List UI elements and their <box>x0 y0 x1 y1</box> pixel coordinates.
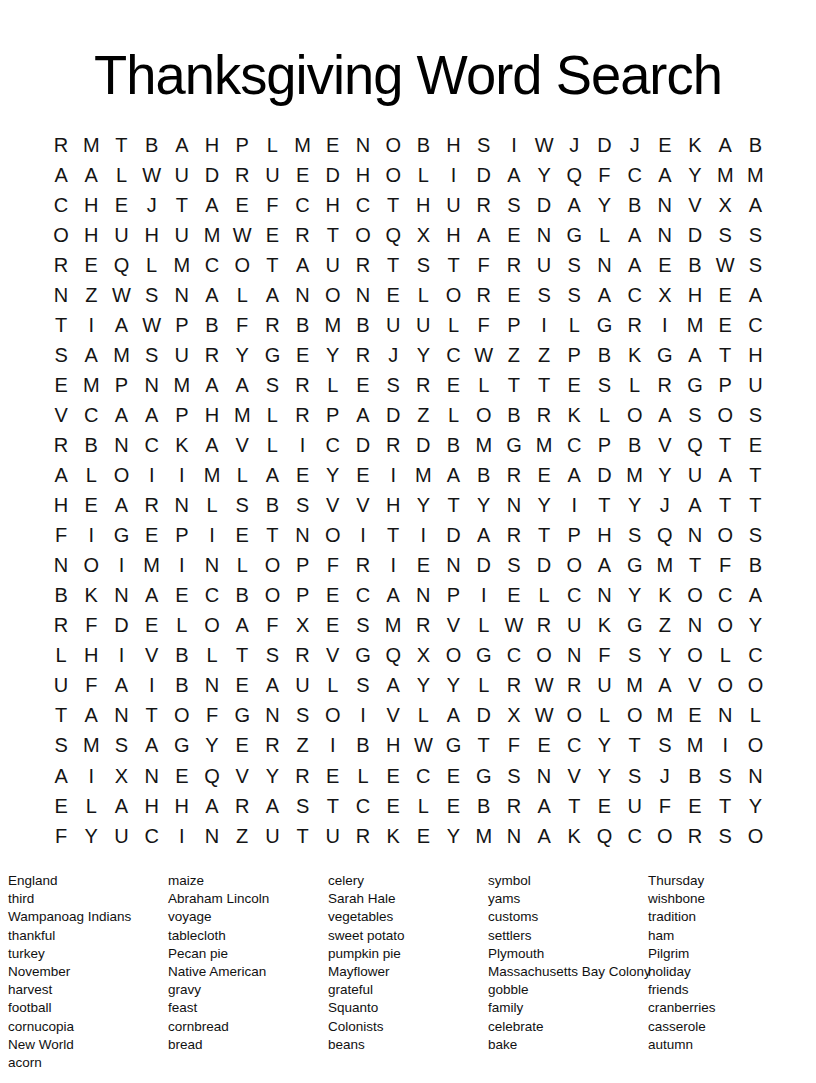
grid-cell[interactable]: D <box>469 551 499 581</box>
grid-cell[interactable]: C <box>197 581 227 611</box>
grid-cell[interactable]: R <box>46 430 76 460</box>
grid-cell[interactable]: C <box>137 821 167 851</box>
grid-cell[interactable]: L <box>318 370 348 400</box>
grid-cell[interactable]: W <box>499 611 529 641</box>
grid-cell[interactable]: S <box>227 491 257 521</box>
grid-cell[interactable]: A <box>559 461 589 491</box>
grid-cell[interactable]: T <box>137 701 167 731</box>
grid-cell[interactable]: A <box>167 130 197 160</box>
grid-cell[interactable]: I <box>167 821 197 851</box>
grid-cell[interactable]: N <box>499 491 529 521</box>
grid-cell[interactable]: A <box>650 400 680 430</box>
grid-cell[interactable]: T <box>589 491 619 521</box>
grid-cell[interactable]: A <box>469 220 499 250</box>
grid-cell[interactable]: C <box>740 310 770 340</box>
grid-cell[interactable]: C <box>76 400 106 430</box>
grid-cell[interactable]: G <box>257 340 287 370</box>
grid-cell[interactable]: O <box>710 671 740 701</box>
grid-cell[interactable]: B <box>469 791 499 821</box>
grid-cell[interactable]: Y <box>318 461 348 491</box>
grid-cell[interactable]: J <box>378 340 408 370</box>
grid-cell[interactable]: D <box>378 400 408 430</box>
grid-cell[interactable]: P <box>559 521 589 551</box>
grid-cell[interactable]: R <box>257 310 287 340</box>
grid-cell[interactable]: L <box>46 641 76 671</box>
grid-cell[interactable]: E <box>257 220 287 250</box>
grid-cell[interactable]: N <box>106 581 136 611</box>
grid-cell[interactable]: O <box>106 461 136 491</box>
grid-cell[interactable]: T <box>499 370 529 400</box>
grid-cell[interactable]: O <box>740 671 770 701</box>
grid-cell[interactable]: A <box>589 280 619 310</box>
grid-cell[interactable]: M <box>106 340 136 370</box>
grid-cell[interactable]: A <box>257 280 287 310</box>
grid-cell[interactable]: W <box>529 671 559 701</box>
grid-cell[interactable]: L <box>408 701 438 731</box>
grid-cell[interactable]: P <box>288 551 318 581</box>
grid-cell[interactable]: L <box>167 611 197 641</box>
grid-cell[interactable]: O <box>318 280 348 310</box>
grid-cell[interactable]: B <box>227 581 257 611</box>
grid-cell[interactable]: Y <box>469 491 499 521</box>
grid-cell[interactable]: C <box>318 430 348 460</box>
grid-cell[interactable]: R <box>46 611 76 641</box>
grid-cell[interactable]: O <box>559 701 589 731</box>
grid-cell[interactable]: H <box>378 491 408 521</box>
grid-cell[interactable]: F <box>46 821 76 851</box>
grid-cell[interactable]: A <box>197 370 227 400</box>
grid-cell[interactable]: D <box>529 190 559 220</box>
grid-cell[interactable]: P <box>318 400 348 430</box>
grid-cell[interactable]: I <box>167 461 197 491</box>
grid-cell[interactable]: R <box>46 250 76 280</box>
grid-cell[interactable]: W <box>137 160 167 190</box>
grid-cell[interactable]: R <box>620 310 650 340</box>
grid-cell[interactable]: D <box>589 461 619 491</box>
grid-cell[interactable]: U <box>680 461 710 491</box>
grid-cell[interactable]: B <box>167 641 197 671</box>
grid-cell[interactable]: N <box>529 761 559 791</box>
grid-cell[interactable]: S <box>137 280 167 310</box>
grid-cell[interactable]: T <box>438 250 468 280</box>
grid-cell[interactable]: U <box>318 821 348 851</box>
grid-cell[interactable]: I <box>76 521 106 551</box>
grid-cell[interactable]: S <box>620 521 650 551</box>
grid-cell[interactable]: R <box>348 821 378 851</box>
grid-cell[interactable]: T <box>378 521 408 551</box>
grid-cell[interactable]: H <box>167 791 197 821</box>
grid-cell[interactable]: B <box>348 310 378 340</box>
grid-cell[interactable]: A <box>348 400 378 430</box>
grid-cell[interactable]: H <box>438 220 468 250</box>
grid-cell[interactable]: S <box>106 731 136 761</box>
grid-cell[interactable]: E <box>106 190 136 220</box>
grid-cell[interactable]: N <box>589 250 619 280</box>
grid-cell[interactable]: P <box>499 310 529 340</box>
grid-cell[interactable]: B <box>76 430 106 460</box>
grid-cell[interactable]: Y <box>529 491 559 521</box>
grid-cell[interactable]: E <box>227 521 257 551</box>
grid-cell[interactable]: S <box>46 731 76 761</box>
grid-cell[interactable]: K <box>680 130 710 160</box>
grid-cell[interactable]: K <box>589 611 619 641</box>
grid-cell[interactable]: W <box>227 220 257 250</box>
grid-cell[interactable]: U <box>257 821 287 851</box>
grid-cell[interactable]: U <box>378 310 408 340</box>
grid-cell[interactable]: Q <box>378 220 408 250</box>
grid-cell[interactable]: N <box>46 280 76 310</box>
grid-cell[interactable]: K <box>620 340 650 370</box>
grid-cell[interactable]: S <box>378 370 408 400</box>
grid-cell[interactable]: L <box>197 491 227 521</box>
grid-cell[interactable]: I <box>106 641 136 671</box>
grid-cell[interactable]: T <box>318 220 348 250</box>
grid-cell[interactable]: K <box>559 821 589 851</box>
grid-cell[interactable]: C <box>348 581 378 611</box>
grid-cell[interactable]: S <box>257 370 287 400</box>
grid-cell[interactable]: D <box>197 160 227 190</box>
grid-cell[interactable]: A <box>106 671 136 701</box>
grid-cell[interactable]: P <box>559 340 589 370</box>
grid-cell[interactable]: O <box>348 220 378 250</box>
grid-cell[interactable]: A <box>227 611 257 641</box>
grid-cell[interactable]: F <box>589 160 619 190</box>
grid-cell[interactable]: W <box>529 701 559 731</box>
grid-cell[interactable]: F <box>76 671 106 701</box>
grid-cell[interactable]: V <box>227 430 257 460</box>
grid-cell[interactable]: R <box>469 190 499 220</box>
grid-cell[interactable]: Z <box>227 821 257 851</box>
grid-cell[interactable]: K <box>76 581 106 611</box>
grid-cell[interactable]: Z <box>288 731 318 761</box>
grid-cell[interactable]: C <box>438 340 468 370</box>
grid-cell[interactable]: I <box>408 521 438 551</box>
grid-cell[interactable]: E <box>680 701 710 731</box>
grid-cell[interactable]: I <box>710 731 740 761</box>
grid-cell[interactable]: G <box>227 701 257 731</box>
grid-cell[interactable]: F <box>257 190 287 220</box>
grid-cell[interactable]: A <box>106 400 136 430</box>
grid-cell[interactable]: B <box>680 250 710 280</box>
grid-cell[interactable]: U <box>318 250 348 280</box>
grid-cell[interactable]: T <box>710 340 740 370</box>
grid-cell[interactable]: T <box>710 791 740 821</box>
grid-cell[interactable]: B <box>589 340 619 370</box>
grid-cell[interactable]: Y <box>408 671 438 701</box>
grid-cell[interactable]: U <box>288 671 318 701</box>
grid-cell[interactable]: E <box>137 611 167 641</box>
grid-cell[interactable]: E <box>288 340 318 370</box>
grid-cell[interactable]: A <box>197 190 227 220</box>
grid-cell[interactable]: E <box>378 761 408 791</box>
grid-cell[interactable]: U <box>529 250 559 280</box>
grid-cell[interactable]: G <box>620 611 650 641</box>
grid-cell[interactable]: Y <box>257 761 287 791</box>
grid-cell[interactable]: A <box>257 791 287 821</box>
grid-cell[interactable]: E <box>318 130 348 160</box>
grid-cell[interactable]: N <box>559 641 589 671</box>
grid-cell[interactable]: H <box>197 400 227 430</box>
grid-cell[interactable]: I <box>318 731 348 761</box>
grid-cell[interactable]: L <box>137 250 167 280</box>
grid-cell[interactable]: X <box>650 280 680 310</box>
grid-cell[interactable]: L <box>529 581 559 611</box>
grid-cell[interactable]: C <box>559 731 589 761</box>
grid-cell[interactable]: R <box>46 130 76 160</box>
grid-cell[interactable]: I <box>106 551 136 581</box>
grid-cell[interactable]: F <box>318 551 348 581</box>
grid-cell[interactable]: L <box>469 671 499 701</box>
grid-cell[interactable]: L <box>227 461 257 491</box>
grid-cell[interactable]: V <box>438 611 468 641</box>
grid-cell[interactable]: T <box>378 250 408 280</box>
grid-cell[interactable]: O <box>680 581 710 611</box>
grid-cell[interactable]: I <box>288 430 318 460</box>
grid-cell[interactable]: E <box>227 731 257 761</box>
grid-cell[interactable]: I <box>137 671 167 701</box>
grid-cell[interactable]: S <box>348 671 378 701</box>
grid-cell[interactable]: A <box>499 160 529 190</box>
grid-cell[interactable]: E <box>378 791 408 821</box>
grid-cell[interactable]: Y <box>680 160 710 190</box>
grid-cell[interactable]: U <box>106 821 136 851</box>
grid-cell[interactable]: O <box>438 280 468 310</box>
grid-cell[interactable]: H <box>438 130 468 160</box>
grid-cell[interactable]: U <box>167 160 197 190</box>
grid-cell[interactable]: D <box>318 160 348 190</box>
grid-cell[interactable]: S <box>137 340 167 370</box>
grid-cell[interactable]: A <box>680 491 710 521</box>
grid-cell[interactable]: S <box>559 280 589 310</box>
grid-cell[interactable]: X <box>408 220 438 250</box>
grid-cell[interactable]: B <box>257 491 287 521</box>
grid-cell[interactable]: T <box>529 521 559 551</box>
grid-cell[interactable]: L <box>408 280 438 310</box>
grid-cell[interactable]: R <box>499 461 529 491</box>
grid-cell[interactable]: R <box>469 280 499 310</box>
grid-cell[interactable]: B <box>499 400 529 430</box>
grid-cell[interactable]: M <box>76 731 106 761</box>
grid-cell[interactable]: E <box>438 370 468 400</box>
grid-cell[interactable]: A <box>589 551 619 581</box>
grid-cell[interactable]: V <box>680 190 710 220</box>
grid-cell[interactable]: B <box>680 761 710 791</box>
grid-cell[interactable]: D <box>408 430 438 460</box>
grid-cell[interactable]: M <box>529 430 559 460</box>
grid-cell[interactable]: L <box>589 220 619 250</box>
grid-cell[interactable]: C <box>288 190 318 220</box>
grid-cell[interactable]: L <box>227 280 257 310</box>
grid-cell[interactable]: L <box>408 791 438 821</box>
grid-cell[interactable]: I <box>378 461 408 491</box>
grid-cell[interactable]: I <box>76 310 106 340</box>
grid-cell[interactable]: B <box>46 581 76 611</box>
grid-cell[interactable]: S <box>650 731 680 761</box>
grid-cell[interactable]: T <box>740 461 770 491</box>
grid-cell[interactable]: Q <box>106 250 136 280</box>
grid-cell[interactable]: O <box>257 551 287 581</box>
grid-cell[interactable]: S <box>46 340 76 370</box>
grid-cell[interactable]: M <box>167 370 197 400</box>
grid-cell[interactable]: C <box>620 821 650 851</box>
grid-cell[interactable]: T <box>710 430 740 460</box>
grid-cell[interactable]: T <box>740 491 770 521</box>
grid-cell[interactable]: Y <box>650 641 680 671</box>
grid-cell[interactable]: Q <box>559 160 589 190</box>
grid-cell[interactable]: N <box>137 761 167 791</box>
grid-cell[interactable]: H <box>348 160 378 190</box>
grid-cell[interactable]: E <box>438 791 468 821</box>
grid-cell[interactable]: V <box>348 491 378 521</box>
grid-cell[interactable]: C <box>137 430 167 460</box>
grid-cell[interactable]: S <box>257 641 287 671</box>
grid-cell[interactable]: E <box>167 761 197 791</box>
grid-cell[interactable]: E <box>137 521 167 551</box>
grid-cell[interactable]: P <box>710 370 740 400</box>
grid-cell[interactable]: I <box>650 310 680 340</box>
grid-cell[interactable]: G <box>589 310 619 340</box>
grid-cell[interactable]: C <box>348 190 378 220</box>
grid-cell[interactable]: S <box>589 370 619 400</box>
grid-cell[interactable]: T <box>710 491 740 521</box>
grid-cell[interactable]: I <box>348 701 378 731</box>
grid-cell[interactable]: X <box>710 190 740 220</box>
grid-cell[interactable]: I <box>76 761 106 791</box>
grid-cell[interactable]: B <box>197 310 227 340</box>
grid-cell[interactable]: S <box>348 611 378 641</box>
grid-cell[interactable]: H <box>76 190 106 220</box>
grid-cell[interactable]: S <box>620 641 650 671</box>
grid-cell[interactable]: M <box>318 310 348 340</box>
grid-cell[interactable]: A <box>137 731 167 761</box>
grid-cell[interactable]: T <box>106 130 136 160</box>
grid-cell[interactable]: A <box>106 491 136 521</box>
grid-cell[interactable]: O <box>318 521 348 551</box>
grid-cell[interactable]: G <box>469 641 499 671</box>
grid-cell[interactable]: V <box>318 491 348 521</box>
grid-cell[interactable]: A <box>76 701 106 731</box>
grid-cell[interactable]: V <box>318 641 348 671</box>
grid-cell[interactable]: O <box>710 521 740 551</box>
grid-cell[interactable]: N <box>197 551 227 581</box>
grid-cell[interactable]: B <box>438 430 468 460</box>
grid-cell[interactable]: P <box>167 521 197 551</box>
grid-cell[interactable]: R <box>288 641 318 671</box>
grid-cell[interactable]: N <box>197 671 227 701</box>
grid-cell[interactable]: C <box>710 581 740 611</box>
grid-cell[interactable]: Z <box>76 280 106 310</box>
grid-cell[interactable]: O <box>680 641 710 671</box>
grid-cell[interactable]: E <box>378 280 408 310</box>
grid-cell[interactable]: E <box>348 461 378 491</box>
grid-cell[interactable]: K <box>167 430 197 460</box>
grid-cell[interactable]: V <box>650 430 680 460</box>
grid-cell[interactable]: N <box>650 220 680 250</box>
grid-cell[interactable]: H <box>76 220 106 250</box>
grid-cell[interactable]: D <box>469 160 499 190</box>
grid-cell[interactable]: X <box>106 761 136 791</box>
grid-cell[interactable]: M <box>167 250 197 280</box>
grid-cell[interactable]: H <box>137 220 167 250</box>
grid-cell[interactable]: Z <box>529 340 559 370</box>
grid-cell[interactable]: I <box>469 581 499 611</box>
grid-cell[interactable]: L <box>740 701 770 731</box>
grid-cell[interactable]: N <box>167 280 197 310</box>
grid-cell[interactable]: T <box>680 551 710 581</box>
grid-cell[interactable]: U <box>167 340 197 370</box>
grid-cell[interactable]: N <box>106 701 136 731</box>
grid-cell[interactable]: A <box>740 190 770 220</box>
grid-cell[interactable]: Y <box>620 491 650 521</box>
grid-cell[interactable]: B <box>740 551 770 581</box>
grid-cell[interactable]: A <box>197 430 227 460</box>
grid-cell[interactable]: E <box>167 581 197 611</box>
grid-cell[interactable]: E <box>288 160 318 190</box>
grid-cell[interactable]: Y <box>589 731 619 761</box>
grid-cell[interactable]: A <box>650 160 680 190</box>
grid-cell[interactable]: O <box>559 551 589 581</box>
grid-cell[interactable]: E <box>318 761 348 791</box>
grid-cell[interactable]: L <box>408 160 438 190</box>
grid-cell[interactable]: R <box>499 250 529 280</box>
grid-cell[interactable]: E <box>227 671 257 701</box>
grid-cell[interactable]: R <box>559 671 589 701</box>
grid-cell[interactable]: N <box>257 701 287 731</box>
grid-cell[interactable]: A <box>620 250 650 280</box>
grid-cell[interactable]: B <box>167 671 197 701</box>
grid-cell[interactable]: Y <box>227 340 257 370</box>
grid-cell[interactable]: S <box>499 190 529 220</box>
grid-cell[interactable]: H <box>680 280 710 310</box>
grid-cell[interactable]: A <box>288 250 318 280</box>
grid-cell[interactable]: M <box>680 310 710 340</box>
grid-cell[interactable]: N <box>589 581 619 611</box>
grid-cell[interactable]: C <box>46 190 76 220</box>
grid-cell[interactable]: O <box>469 400 499 430</box>
grid-cell[interactable]: X <box>499 701 529 731</box>
grid-cell[interactable]: M <box>680 731 710 761</box>
grid-cell[interactable]: I <box>499 130 529 160</box>
grid-cell[interactable]: E <box>650 130 680 160</box>
grid-cell[interactable]: A <box>438 461 468 491</box>
grid-cell[interactable]: L <box>438 400 468 430</box>
grid-cell[interactable]: U <box>620 791 650 821</box>
grid-cell[interactable]: X <box>408 641 438 671</box>
grid-cell[interactable]: R <box>197 340 227 370</box>
grid-cell[interactable]: N <box>137 370 167 400</box>
grid-cell[interactable]: R <box>227 791 257 821</box>
grid-cell[interactable]: J <box>620 130 650 160</box>
grid-cell[interactable]: Z <box>499 340 529 370</box>
grid-cell[interactable]: T <box>46 310 76 340</box>
grid-cell[interactable]: M <box>227 400 257 430</box>
grid-cell[interactable]: R <box>378 430 408 460</box>
grid-cell[interactable]: O <box>257 581 287 611</box>
grid-cell[interactable]: E <box>529 731 559 761</box>
grid-cell[interactable]: E <box>46 370 76 400</box>
grid-cell[interactable]: T <box>288 821 318 851</box>
grid-cell[interactable]: A <box>106 310 136 340</box>
grid-cell[interactable]: C <box>620 280 650 310</box>
grid-cell[interactable]: L <box>106 160 136 190</box>
grid-cell[interactable]: A <box>137 400 167 430</box>
grid-cell[interactable]: M <box>740 160 770 190</box>
grid-cell[interactable]: C <box>348 791 378 821</box>
grid-cell[interactable]: D <box>348 430 378 460</box>
grid-cell[interactable]: P <box>106 370 136 400</box>
grid-cell[interactable]: A <box>137 581 167 611</box>
grid-cell[interactable]: R <box>348 551 378 581</box>
